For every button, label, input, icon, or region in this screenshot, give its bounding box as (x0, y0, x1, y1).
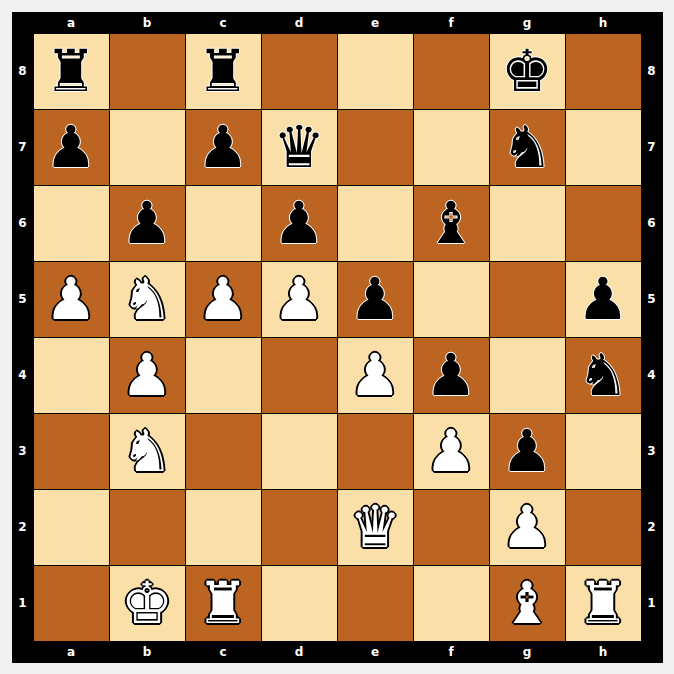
square-a5[interactable]: ♟ (34, 262, 109, 337)
square-c2[interactable] (186, 490, 261, 565)
square-g4[interactable] (490, 338, 565, 413)
square-h2[interactable] (566, 490, 641, 565)
square-g7[interactable]: ♞ (490, 110, 565, 185)
square-g5[interactable] (490, 262, 565, 337)
file-label-b: b (110, 12, 185, 34)
square-g6[interactable] (490, 186, 565, 261)
square-f4[interactable]: ♟ (414, 338, 489, 413)
piece-white-pawn[interactable]: ♟ (197, 270, 249, 328)
file-label-d: d (262, 641, 337, 663)
square-d7[interactable]: ♛ (262, 110, 337, 185)
square-b4[interactable]: ♟ (110, 338, 185, 413)
square-a8[interactable]: ♜ (34, 34, 109, 109)
file-label-b: b (110, 641, 185, 663)
square-c6[interactable] (186, 186, 261, 261)
square-h5[interactable]: ♟ (566, 262, 641, 337)
square-d4[interactable] (262, 338, 337, 413)
square-d1[interactable] (262, 566, 337, 641)
square-b7[interactable] (110, 110, 185, 185)
piece-black-pawn[interactable]: ♟ (349, 270, 401, 328)
file-label-a: a (34, 12, 109, 34)
square-a3[interactable] (34, 414, 109, 489)
square-g8[interactable]: ♚ (490, 34, 565, 109)
square-f1[interactable] (414, 566, 489, 641)
square-d6[interactable]: ♟ (262, 186, 337, 261)
piece-white-queen[interactable]: ♛ (349, 498, 401, 556)
square-d8[interactable] (262, 34, 337, 109)
rank-label-2: 2 (641, 490, 663, 565)
square-c3[interactable] (186, 414, 261, 489)
square-a1[interactable] (34, 566, 109, 641)
piece-white-bishop[interactable]: ♝ (501, 574, 553, 632)
square-e8[interactable] (338, 34, 413, 109)
square-b8[interactable] (110, 34, 185, 109)
file-labels-top: abcdefgh (34, 12, 641, 34)
square-a6[interactable] (34, 186, 109, 261)
rank-label-1: 1 (12, 566, 34, 641)
square-b3[interactable]: ♞ (110, 414, 185, 489)
piece-white-pawn[interactable]: ♟ (349, 346, 401, 404)
square-e6[interactable] (338, 186, 413, 261)
piece-black-rook[interactable]: ♜ (197, 42, 249, 100)
frame-corner-top-right (641, 12, 663, 34)
file-label-d: d (262, 12, 337, 34)
rank-label-6: 6 (12, 186, 34, 261)
square-c1[interactable]: ♜ (186, 566, 261, 641)
piece-white-knight[interactable]: ♞ (121, 270, 173, 328)
piece-black-bishop[interactable]: ♝ (425, 194, 477, 252)
square-h8[interactable] (566, 34, 641, 109)
square-g1[interactable]: ♝ (490, 566, 565, 641)
square-f5[interactable] (414, 262, 489, 337)
file-label-c: c (186, 12, 261, 34)
piece-white-knight[interactable]: ♞ (121, 422, 173, 480)
frame-corner-bottom-right (641, 641, 663, 663)
piece-white-rook[interactable]: ♜ (577, 574, 629, 632)
square-b5[interactable]: ♞ (110, 262, 185, 337)
square-b6[interactable]: ♟ (110, 186, 185, 261)
square-f3[interactable]: ♟ (414, 414, 489, 489)
piece-black-rook[interactable]: ♜ (45, 42, 97, 100)
file-labels-bottom: abcdefgh (34, 641, 641, 663)
square-h7[interactable] (566, 110, 641, 185)
square-h1[interactable]: ♜ (566, 566, 641, 641)
rank-label-3: 3 (641, 414, 663, 489)
piece-black-queen[interactable]: ♛ (273, 118, 325, 176)
piece-black-pawn[interactable]: ♟ (577, 270, 629, 328)
rank-label-2: 2 (12, 490, 34, 565)
rank-labels-left: 87654321 (12, 34, 34, 641)
rank-label-8: 8 (12, 34, 34, 109)
square-g3[interactable]: ♟ (490, 414, 565, 489)
page: abcdefgh 87654321 ♜♜♚♟♟♛♞♟♟♝♟♞♟♟♟♟♟♟♟♞♞♟… (0, 0, 674, 674)
file-label-h: h (566, 641, 641, 663)
square-f6[interactable]: ♝ (414, 186, 489, 261)
square-f7[interactable] (414, 110, 489, 185)
piece-white-pawn[interactable]: ♟ (425, 422, 477, 480)
file-label-a: a (34, 641, 109, 663)
piece-white-rook[interactable]: ♜ (197, 574, 249, 632)
file-label-e: e (338, 641, 413, 663)
piece-black-pawn[interactable]: ♟ (425, 346, 477, 404)
chess-board-frame: abcdefgh 87654321 ♜♜♚♟♟♛♞♟♟♝♟♞♟♟♟♟♟♟♟♞♞♟… (12, 12, 663, 663)
square-c4[interactable] (186, 338, 261, 413)
square-h4[interactable]: ♞ (566, 338, 641, 413)
chess-board: ♜♜♚♟♟♛♞♟♟♝♟♞♟♟♟♟♟♟♟♞♞♟♟♛♟♚♜♝♜ (34, 34, 641, 641)
square-d2[interactable] (262, 490, 337, 565)
piece-black-pawn[interactable]: ♟ (501, 422, 553, 480)
square-d5[interactable]: ♟ (262, 262, 337, 337)
piece-black-pawn[interactable]: ♟ (45, 118, 97, 176)
rank-label-5: 5 (12, 262, 34, 337)
square-c7[interactable]: ♟ (186, 110, 261, 185)
file-label-e: e (338, 12, 413, 34)
frame-corner-bottom-left (12, 641, 34, 663)
rank-label-5: 5 (641, 262, 663, 337)
piece-black-king[interactable]: ♚ (501, 42, 553, 100)
square-c5[interactable]: ♟ (186, 262, 261, 337)
rank-label-4: 4 (641, 338, 663, 413)
square-a2[interactable] (34, 490, 109, 565)
square-e4[interactable]: ♟ (338, 338, 413, 413)
piece-white-pawn[interactable]: ♟ (45, 270, 97, 328)
file-label-c: c (186, 641, 261, 663)
square-e1[interactable] (338, 566, 413, 641)
piece-black-pawn[interactable]: ♟ (197, 118, 249, 176)
rank-label-1: 1 (641, 566, 663, 641)
square-a7[interactable]: ♟ (34, 110, 109, 185)
rank-label-8: 8 (641, 34, 663, 109)
square-g2[interactable]: ♟ (490, 490, 565, 565)
rank-label-3: 3 (12, 414, 34, 489)
file-label-g: g (490, 12, 565, 34)
square-h3[interactable] (566, 414, 641, 489)
square-d3[interactable] (262, 414, 337, 489)
square-b1[interactable]: ♚ (110, 566, 185, 641)
rank-label-7: 7 (641, 110, 663, 185)
piece-white-pawn[interactable]: ♟ (501, 498, 553, 556)
piece-black-pawn[interactable]: ♟ (273, 194, 325, 252)
piece-black-knight[interactable]: ♞ (501, 118, 553, 176)
square-e7[interactable] (338, 110, 413, 185)
piece-black-pawn[interactable]: ♟ (121, 194, 173, 252)
square-e2[interactable]: ♛ (338, 490, 413, 565)
frame-corner-top-left (12, 12, 34, 34)
piece-black-knight[interactable]: ♞ (577, 346, 629, 404)
piece-white-king[interactable]: ♚ (121, 574, 173, 632)
square-e3[interactable] (338, 414, 413, 489)
square-f2[interactable] (414, 490, 489, 565)
file-label-f: f (414, 12, 489, 34)
square-c8[interactable]: ♜ (186, 34, 261, 109)
rank-labels-right: 87654321 (641, 34, 663, 641)
rank-label-4: 4 (12, 338, 34, 413)
file-label-g: g (490, 641, 565, 663)
piece-white-pawn[interactable]: ♟ (121, 346, 173, 404)
file-label-f: f (414, 641, 489, 663)
square-e5[interactable]: ♟ (338, 262, 413, 337)
rank-label-7: 7 (12, 110, 34, 185)
piece-white-pawn[interactable]: ♟ (273, 270, 325, 328)
file-label-h: h (566, 12, 641, 34)
rank-label-6: 6 (641, 186, 663, 261)
square-a4[interactable] (34, 338, 109, 413)
square-f8[interactable] (414, 34, 489, 109)
square-h6[interactable] (566, 186, 641, 261)
square-b2[interactable] (110, 490, 185, 565)
